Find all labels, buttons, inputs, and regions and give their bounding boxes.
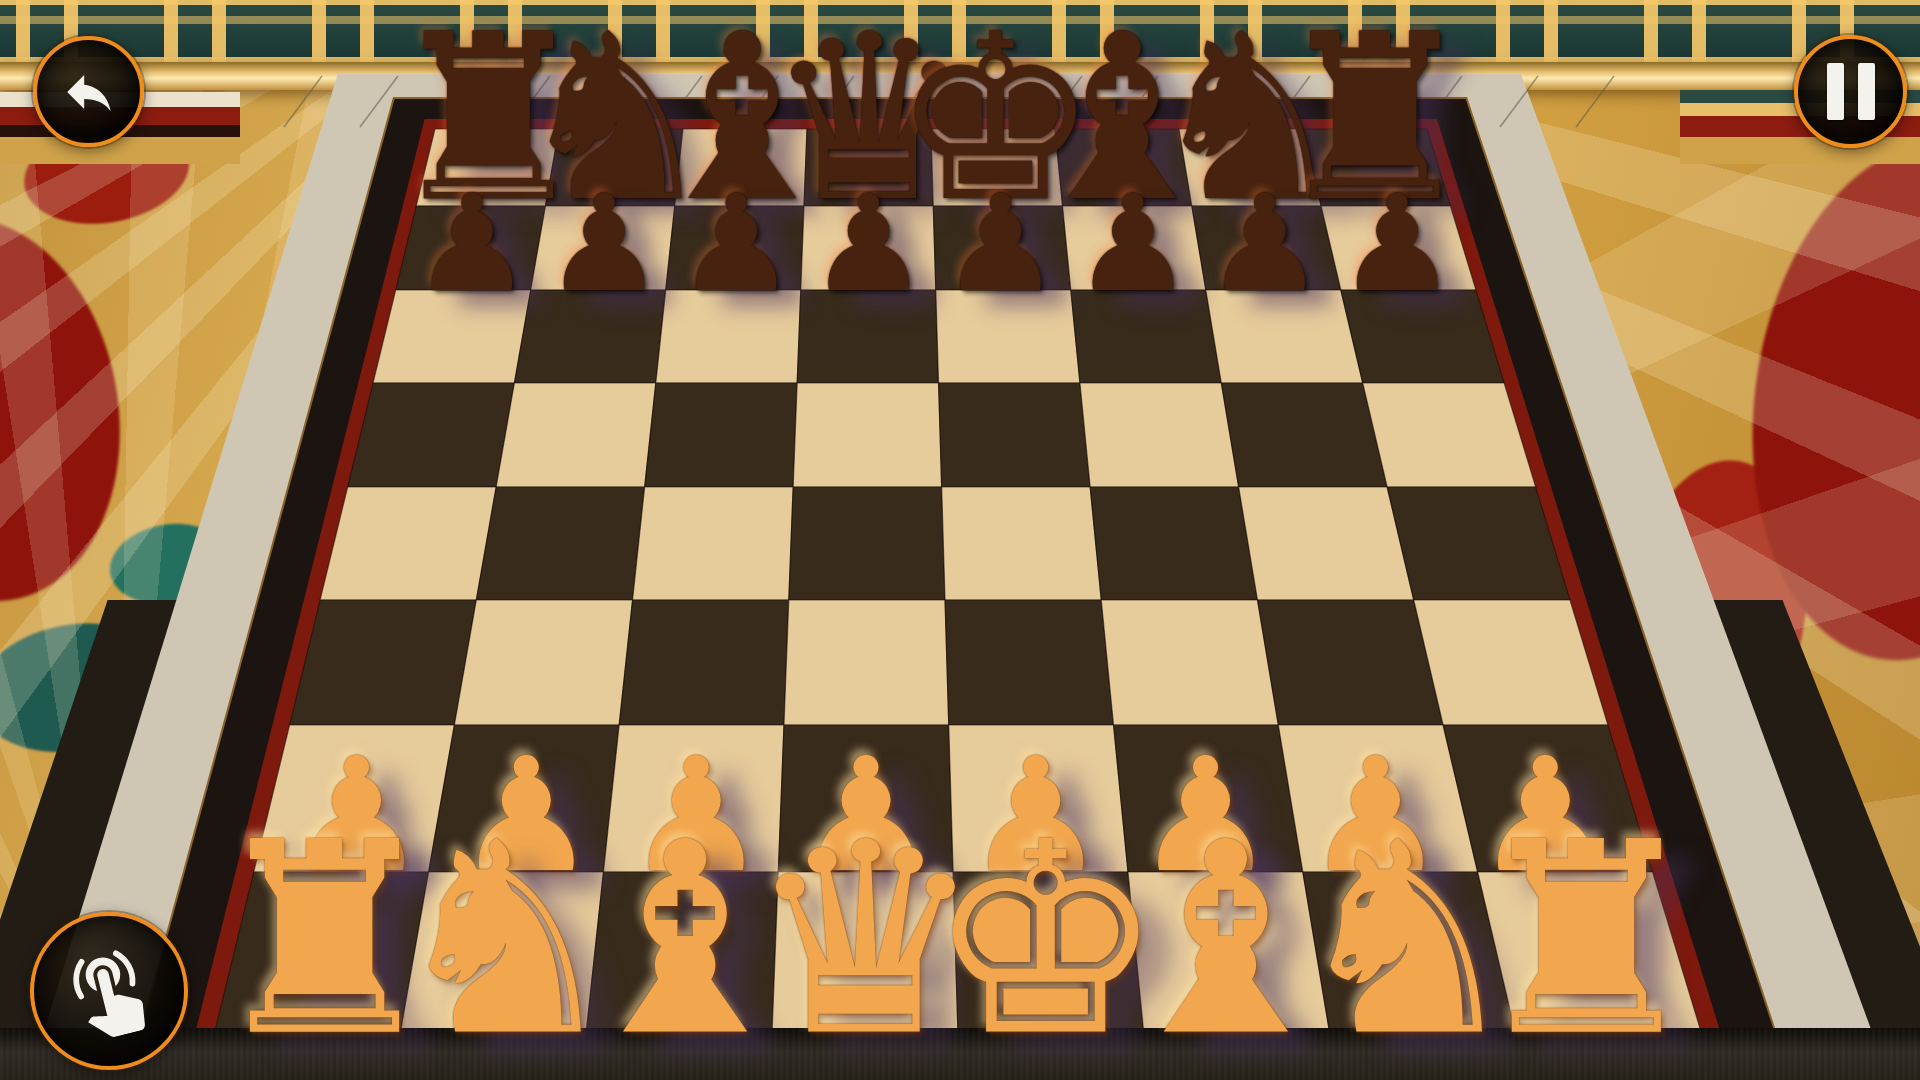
square-a4[interactable]	[320, 487, 496, 600]
square-a3[interactable]	[290, 600, 477, 725]
square-b4[interactable]	[476, 487, 644, 600]
piece-white-rook-h1[interactable]: ♜	[1468, 807, 1706, 1072]
piece-black-pawn-c7[interactable]: ♟	[676, 177, 796, 311]
square-c3[interactable]	[619, 600, 789, 725]
marble-inlay-line	[1576, 76, 1614, 127]
square-g4[interactable]	[1239, 487, 1414, 600]
square-c5[interactable]	[645, 383, 798, 487]
piece-black-pawn-h7[interactable]: ♟	[1337, 177, 1457, 311]
square-f4[interactable]	[1090, 487, 1257, 600]
game-screen: ♜♞♝♛♚♝♞♜♟♟♟♟♟♟♟♟♟♟♟♟♟♟♟♟♜♞♝♛♚♝♞♜	[0, 0, 1920, 1080]
piece-black-pawn-d7[interactable]: ♟	[808, 177, 928, 311]
square-d3[interactable]	[784, 600, 949, 725]
back-arrow-icon	[60, 63, 118, 121]
marble-inlay-line	[284, 76, 322, 127]
square-f3[interactable]	[1101, 600, 1278, 725]
square-e5[interactable]	[939, 383, 1091, 487]
hint-button[interactable]	[30, 912, 188, 1070]
piece-black-pawn-b7[interactable]: ♟	[544, 177, 664, 311]
square-e3[interactable]	[945, 600, 1114, 725]
square-g3[interactable]	[1258, 600, 1444, 725]
square-b5[interactable]	[496, 383, 656, 487]
piece-black-pawn-a7[interactable]: ♟	[412, 177, 532, 311]
square-a5[interactable]	[348, 383, 515, 487]
square-c4[interactable]	[633, 487, 794, 600]
square-g5[interactable]	[1221, 383, 1387, 487]
square-b3[interactable]	[454, 600, 632, 725]
piece-black-pawn-g7[interactable]: ♟	[1205, 177, 1325, 311]
piece-black-pawn-e7[interactable]: ♟	[941, 177, 1061, 311]
pause-icon	[1827, 63, 1875, 120]
square-f5[interactable]	[1080, 383, 1239, 487]
pause-button[interactable]	[1794, 35, 1907, 148]
back-button[interactable]	[33, 36, 144, 147]
square-d5[interactable]	[793, 383, 942, 487]
square-d4[interactable]	[789, 487, 945, 600]
piece-black-pawn-f7[interactable]: ♟	[1073, 177, 1193, 311]
tap-hand-icon	[53, 935, 165, 1047]
square-e4[interactable]	[942, 487, 1102, 600]
